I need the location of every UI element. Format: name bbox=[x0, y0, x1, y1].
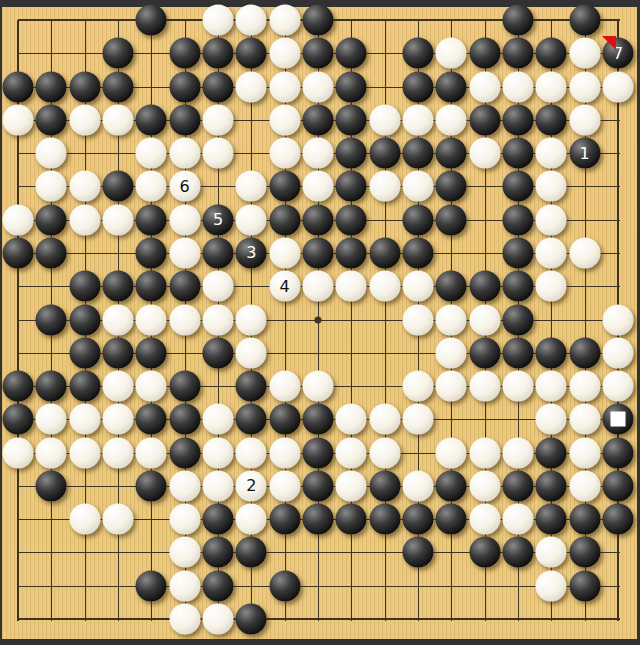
black-go-stone[interactable] bbox=[169, 104, 200, 135]
black-go-stone[interactable] bbox=[469, 38, 500, 69]
white-go-stone[interactable] bbox=[569, 38, 600, 69]
white-go-stone[interactable] bbox=[236, 304, 267, 335]
black-go-stone[interactable] bbox=[402, 204, 433, 235]
black-go-stone[interactable] bbox=[336, 171, 367, 202]
black-go-stone[interactable] bbox=[169, 437, 200, 468]
white-go-stone[interactable] bbox=[602, 304, 633, 335]
white-go-stone[interactable] bbox=[536, 204, 567, 235]
white-go-stone[interactable] bbox=[69, 171, 100, 202]
white-go-stone[interactable] bbox=[169, 304, 200, 335]
white-go-stone[interactable] bbox=[569, 237, 600, 268]
black-go-stone[interactable] bbox=[469, 271, 500, 302]
black-go-stone[interactable] bbox=[302, 237, 333, 268]
black-go-stone[interactable] bbox=[136, 204, 167, 235]
white-go-stone[interactable] bbox=[502, 504, 533, 535]
white-go-stone[interactable] bbox=[169, 604, 200, 635]
black-go-stone[interactable] bbox=[569, 5, 600, 36]
black-go-stone[interactable] bbox=[436, 71, 467, 102]
white-go-stone[interactable] bbox=[169, 138, 200, 169]
black-go-stone[interactable] bbox=[536, 104, 567, 135]
black-go-stone[interactable] bbox=[69, 337, 100, 368]
black-go-stone[interactable] bbox=[336, 504, 367, 535]
white-go-stone[interactable] bbox=[36, 171, 67, 202]
black-go-stone[interactable] bbox=[236, 38, 267, 69]
white-go-stone[interactable] bbox=[36, 437, 67, 468]
white-go-stone[interactable] bbox=[136, 304, 167, 335]
white-go-stone[interactable] bbox=[269, 5, 300, 36]
black-go-stone[interactable] bbox=[536, 470, 567, 501]
white-go-stone[interactable] bbox=[369, 171, 400, 202]
black-go-stone[interactable] bbox=[336, 38, 367, 69]
black-go-stone[interactable] bbox=[302, 204, 333, 235]
white-go-stone[interactable] bbox=[502, 71, 533, 102]
black-go-stone[interactable] bbox=[502, 470, 533, 501]
white-go-stone[interactable] bbox=[236, 171, 267, 202]
white-go-stone[interactable] bbox=[569, 404, 600, 435]
white-go-stone[interactable] bbox=[236, 71, 267, 102]
white-go-stone[interactable] bbox=[536, 404, 567, 435]
white-go-stone[interactable] bbox=[269, 138, 300, 169]
black-go-stone[interactable] bbox=[336, 237, 367, 268]
white-go-stone[interactable] bbox=[202, 138, 233, 169]
black-go-stone[interactable] bbox=[469, 537, 500, 568]
white-go-stone[interactable] bbox=[202, 5, 233, 36]
white-go-stone[interactable] bbox=[336, 404, 367, 435]
black-go-stone[interactable] bbox=[436, 271, 467, 302]
black-go-stone[interactable] bbox=[502, 537, 533, 568]
white-go-stone[interactable] bbox=[69, 104, 100, 135]
white-go-stone[interactable] bbox=[569, 470, 600, 501]
black-go-stone[interactable] bbox=[69, 71, 100, 102]
black-go-stone[interactable] bbox=[502, 171, 533, 202]
white-go-stone[interactable] bbox=[536, 570, 567, 601]
black-go-stone[interactable] bbox=[236, 537, 267, 568]
black-go-stone[interactable] bbox=[102, 38, 133, 69]
black-go-stone[interactable] bbox=[69, 271, 100, 302]
black-go-stone[interactable] bbox=[169, 371, 200, 402]
black-go-stone[interactable] bbox=[269, 171, 300, 202]
white-go-stone[interactable] bbox=[536, 271, 567, 302]
white-go-stone[interactable] bbox=[302, 371, 333, 402]
black-go-stone[interactable] bbox=[436, 204, 467, 235]
white-go-stone[interactable] bbox=[102, 371, 133, 402]
black-go-stone[interactable] bbox=[302, 5, 333, 36]
black-go-stone[interactable] bbox=[102, 337, 133, 368]
black-go-stone[interactable] bbox=[69, 304, 100, 335]
black-go-stone[interactable] bbox=[269, 570, 300, 601]
black-go-stone[interactable] bbox=[369, 470, 400, 501]
white-go-stone[interactable] bbox=[269, 71, 300, 102]
white-go-stone[interactable] bbox=[536, 537, 567, 568]
white-go-stone[interactable] bbox=[202, 437, 233, 468]
black-go-stone[interactable] bbox=[502, 204, 533, 235]
black-go-stone[interactable] bbox=[202, 237, 233, 268]
black-go-stone[interactable] bbox=[402, 504, 433, 535]
black-go-stone[interactable] bbox=[169, 271, 200, 302]
black-go-stone[interactable] bbox=[202, 38, 233, 69]
white-go-stone[interactable] bbox=[302, 138, 333, 169]
black-go-stone[interactable] bbox=[169, 404, 200, 435]
white-go-stone[interactable] bbox=[302, 71, 333, 102]
black-go-stone[interactable] bbox=[302, 504, 333, 535]
black-go-stone[interactable] bbox=[102, 271, 133, 302]
white-go-stone[interactable] bbox=[469, 71, 500, 102]
white-go-stone[interactable] bbox=[36, 404, 67, 435]
black-go-stone[interactable] bbox=[436, 138, 467, 169]
black-go-stone[interactable] bbox=[469, 104, 500, 135]
black-go-stone[interactable] bbox=[136, 470, 167, 501]
black-go-stone[interactable] bbox=[136, 237, 167, 268]
black-go-stone[interactable] bbox=[102, 71, 133, 102]
white-go-stone[interactable] bbox=[436, 38, 467, 69]
white-go-stone[interactable] bbox=[436, 337, 467, 368]
white-go-stone[interactable] bbox=[569, 371, 600, 402]
white-go-stone[interactable] bbox=[302, 171, 333, 202]
white-go-stone[interactable] bbox=[269, 470, 300, 501]
black-go-stone[interactable] bbox=[602, 437, 633, 468]
black-go-stone[interactable] bbox=[502, 237, 533, 268]
black-go-stone[interactable] bbox=[569, 504, 600, 535]
black-go-stone[interactable] bbox=[536, 437, 567, 468]
white-go-stone[interactable] bbox=[469, 437, 500, 468]
app-window: { "game": "go", "board": { "size": 19, "… bbox=[0, 0, 640, 645]
white-go-stone[interactable] bbox=[202, 104, 233, 135]
black-go-stone[interactable] bbox=[236, 604, 267, 635]
black-go-stone[interactable] bbox=[36, 470, 67, 501]
white-go-stone[interactable] bbox=[336, 470, 367, 501]
black-go-stone[interactable] bbox=[69, 371, 100, 402]
black-go-stone[interactable] bbox=[502, 138, 533, 169]
black-go-stone[interactable] bbox=[436, 171, 467, 202]
white-go-stone[interactable] bbox=[102, 404, 133, 435]
black-go-stone[interactable] bbox=[302, 38, 333, 69]
black-go-stone[interactable] bbox=[502, 304, 533, 335]
black-go-stone[interactable] bbox=[269, 404, 300, 435]
black-go-stone[interactable] bbox=[136, 337, 167, 368]
black-go-stone[interactable] bbox=[36, 204, 67, 235]
black-go-stone[interactable] bbox=[369, 138, 400, 169]
black-go-stone[interactable] bbox=[336, 71, 367, 102]
white-go-stone[interactable] bbox=[402, 271, 433, 302]
white-go-stone[interactable] bbox=[169, 504, 200, 535]
white-go-stone[interactable] bbox=[36, 138, 67, 169]
black-go-stone[interactable] bbox=[569, 337, 600, 368]
black-go-stone[interactable] bbox=[136, 404, 167, 435]
white-go-stone[interactable] bbox=[169, 237, 200, 268]
black-go-stone[interactable] bbox=[436, 470, 467, 501]
white-go-stone[interactable] bbox=[102, 304, 133, 335]
black-go-stone[interactable]: 5 bbox=[202, 204, 233, 235]
white-go-stone[interactable] bbox=[169, 537, 200, 568]
black-go-stone[interactable] bbox=[269, 204, 300, 235]
white-go-stone[interactable] bbox=[536, 171, 567, 202]
white-go-stone[interactable] bbox=[169, 470, 200, 501]
white-go-stone[interactable] bbox=[436, 104, 467, 135]
white-go-stone[interactable] bbox=[136, 371, 167, 402]
black-go-stone[interactable] bbox=[402, 537, 433, 568]
black-go-stone[interactable] bbox=[436, 504, 467, 535]
black-go-stone[interactable] bbox=[302, 404, 333, 435]
white-go-stone[interactable] bbox=[236, 5, 267, 36]
white-go-stone[interactable] bbox=[202, 271, 233, 302]
white-go-stone[interactable] bbox=[3, 204, 34, 235]
white-go-stone[interactable] bbox=[402, 171, 433, 202]
black-go-stone[interactable] bbox=[36, 71, 67, 102]
black-go-stone[interactable]: 7 bbox=[602, 38, 633, 69]
black-go-stone[interactable] bbox=[136, 570, 167, 601]
grid-line-horizontal bbox=[18, 618, 620, 620]
white-go-stone[interactable]: 2 bbox=[236, 470, 267, 501]
black-go-stone[interactable] bbox=[236, 371, 267, 402]
grid-line-horizontal bbox=[18, 586, 620, 587]
white-go-stone[interactable] bbox=[469, 138, 500, 169]
go-board[interactable]: 7165342 bbox=[2, 7, 637, 639]
black-go-stone[interactable] bbox=[269, 504, 300, 535]
white-go-stone[interactable] bbox=[269, 237, 300, 268]
black-go-stone[interactable] bbox=[502, 38, 533, 69]
white-go-stone[interactable] bbox=[536, 138, 567, 169]
white-go-stone[interactable] bbox=[469, 470, 500, 501]
white-go-stone[interactable] bbox=[602, 71, 633, 102]
black-go-stone[interactable] bbox=[36, 371, 67, 402]
black-go-stone[interactable] bbox=[536, 38, 567, 69]
black-go-stone[interactable] bbox=[602, 470, 633, 501]
white-go-stone[interactable] bbox=[336, 271, 367, 302]
star-point bbox=[314, 316, 321, 323]
black-go-stone[interactable] bbox=[369, 504, 400, 535]
white-go-stone[interactable] bbox=[436, 437, 467, 468]
black-go-stone[interactable] bbox=[136, 104, 167, 135]
black-go-stone[interactable] bbox=[336, 104, 367, 135]
move-number-label: 6 bbox=[180, 178, 190, 194]
white-go-stone[interactable] bbox=[3, 104, 34, 135]
black-go-stone[interactable] bbox=[536, 337, 567, 368]
white-go-stone[interactable] bbox=[536, 237, 567, 268]
white-go-stone[interactable] bbox=[3, 437, 34, 468]
white-go-stone[interactable] bbox=[469, 304, 500, 335]
white-go-stone[interactable] bbox=[469, 504, 500, 535]
black-go-stone[interactable] bbox=[36, 104, 67, 135]
black-go-stone[interactable] bbox=[569, 537, 600, 568]
white-go-stone[interactable] bbox=[469, 371, 500, 402]
black-go-stone[interactable] bbox=[336, 204, 367, 235]
black-go-stone[interactable] bbox=[202, 537, 233, 568]
white-go-stone[interactable] bbox=[402, 404, 433, 435]
black-go-stone[interactable] bbox=[202, 504, 233, 535]
white-go-stone[interactable] bbox=[236, 437, 267, 468]
black-go-stone[interactable]: 1 bbox=[569, 138, 600, 169]
black-go-stone[interactable] bbox=[336, 138, 367, 169]
white-go-stone[interactable] bbox=[436, 371, 467, 402]
black-go-stone[interactable] bbox=[169, 38, 200, 69]
black-go-stone[interactable] bbox=[3, 404, 34, 435]
black-go-stone[interactable]: 3 bbox=[236, 237, 267, 268]
white-go-stone[interactable] bbox=[602, 337, 633, 368]
white-go-stone[interactable] bbox=[369, 437, 400, 468]
white-go-stone[interactable] bbox=[502, 437, 533, 468]
white-go-stone[interactable] bbox=[269, 38, 300, 69]
black-go-stone[interactable] bbox=[136, 271, 167, 302]
black-go-stone[interactable] bbox=[402, 237, 433, 268]
move-number-label: 3 bbox=[246, 245, 256, 261]
move-number-label: 4 bbox=[280, 278, 290, 294]
white-go-stone[interactable] bbox=[102, 437, 133, 468]
white-go-stone[interactable] bbox=[269, 104, 300, 135]
white-go-stone[interactable] bbox=[602, 371, 633, 402]
white-go-stone[interactable] bbox=[369, 404, 400, 435]
black-go-stone[interactable] bbox=[402, 138, 433, 169]
black-go-stone[interactable] bbox=[469, 337, 500, 368]
white-go-stone[interactable] bbox=[569, 104, 600, 135]
white-go-stone[interactable] bbox=[402, 104, 433, 135]
white-go-stone[interactable] bbox=[369, 104, 400, 135]
black-go-stone[interactable] bbox=[3, 237, 34, 268]
white-go-stone[interactable] bbox=[269, 437, 300, 468]
black-go-stone[interactable] bbox=[202, 337, 233, 368]
white-go-stone[interactable] bbox=[69, 437, 100, 468]
black-go-stone[interactable] bbox=[536, 504, 567, 535]
white-go-stone[interactable] bbox=[102, 204, 133, 235]
black-go-stone[interactable] bbox=[602, 504, 633, 535]
move-number-label: 2 bbox=[246, 478, 256, 494]
move-number-label: 5 bbox=[213, 212, 223, 228]
white-go-stone[interactable] bbox=[202, 604, 233, 635]
black-go-stone[interactable] bbox=[169, 71, 200, 102]
white-go-stone[interactable] bbox=[269, 371, 300, 402]
white-go-stone[interactable] bbox=[202, 304, 233, 335]
black-go-stone[interactable] bbox=[502, 337, 533, 368]
white-go-stone[interactable] bbox=[136, 437, 167, 468]
black-go-stone[interactable] bbox=[136, 5, 167, 36]
black-go-stone[interactable] bbox=[302, 470, 333, 501]
white-go-stone[interactable] bbox=[136, 171, 167, 202]
white-go-stone[interactable] bbox=[102, 104, 133, 135]
black-go-stone[interactable] bbox=[36, 304, 67, 335]
white-go-stone[interactable] bbox=[136, 138, 167, 169]
white-go-stone[interactable] bbox=[169, 570, 200, 601]
white-go-stone[interactable] bbox=[369, 271, 400, 302]
black-go-stone[interactable] bbox=[569, 570, 600, 601]
black-go-stone[interactable] bbox=[302, 437, 333, 468]
black-go-stone[interactable] bbox=[502, 104, 533, 135]
black-go-stone[interactable] bbox=[202, 71, 233, 102]
white-go-stone[interactable] bbox=[569, 437, 600, 468]
white-go-stone[interactable] bbox=[69, 204, 100, 235]
black-go-stone[interactable] bbox=[502, 5, 533, 36]
black-go-stone[interactable] bbox=[402, 38, 433, 69]
white-go-stone[interactable]: 4 bbox=[269, 271, 300, 302]
white-go-stone[interactable] bbox=[169, 204, 200, 235]
white-go-stone[interactable] bbox=[236, 337, 267, 368]
black-go-stone[interactable] bbox=[36, 237, 67, 268]
black-go-stone[interactable] bbox=[202, 570, 233, 601]
black-go-stone[interactable] bbox=[236, 404, 267, 435]
white-go-stone[interactable] bbox=[402, 304, 433, 335]
black-go-stone[interactable] bbox=[369, 237, 400, 268]
white-go-stone[interactable] bbox=[236, 504, 267, 535]
white-go-stone[interactable] bbox=[336, 437, 367, 468]
move-number-label: 1 bbox=[580, 145, 590, 161]
white-go-stone[interactable] bbox=[69, 504, 100, 535]
white-go-stone[interactable] bbox=[202, 404, 233, 435]
white-go-stone[interactable] bbox=[569, 71, 600, 102]
black-go-stone[interactable] bbox=[3, 371, 34, 402]
white-go-stone[interactable] bbox=[102, 504, 133, 535]
white-go-stone[interactable] bbox=[402, 371, 433, 402]
white-go-stone[interactable] bbox=[402, 470, 433, 501]
black-go-stone[interactable] bbox=[102, 171, 133, 202]
white-go-stone[interactable] bbox=[536, 371, 567, 402]
marked-stone-square bbox=[610, 412, 625, 427]
white-go-stone[interactable] bbox=[436, 304, 467, 335]
black-go-stone[interactable] bbox=[302, 104, 333, 135]
white-go-stone[interactable] bbox=[236, 204, 267, 235]
white-go-stone[interactable] bbox=[202, 470, 233, 501]
black-go-stone[interactable] bbox=[502, 271, 533, 302]
white-go-stone[interactable] bbox=[536, 71, 567, 102]
white-go-stone[interactable] bbox=[302, 271, 333, 302]
white-go-stone[interactable] bbox=[69, 404, 100, 435]
white-go-stone[interactable] bbox=[502, 371, 533, 402]
white-go-stone[interactable]: 6 bbox=[169, 171, 200, 202]
black-go-stone[interactable] bbox=[402, 71, 433, 102]
black-go-stone[interactable] bbox=[3, 71, 34, 102]
